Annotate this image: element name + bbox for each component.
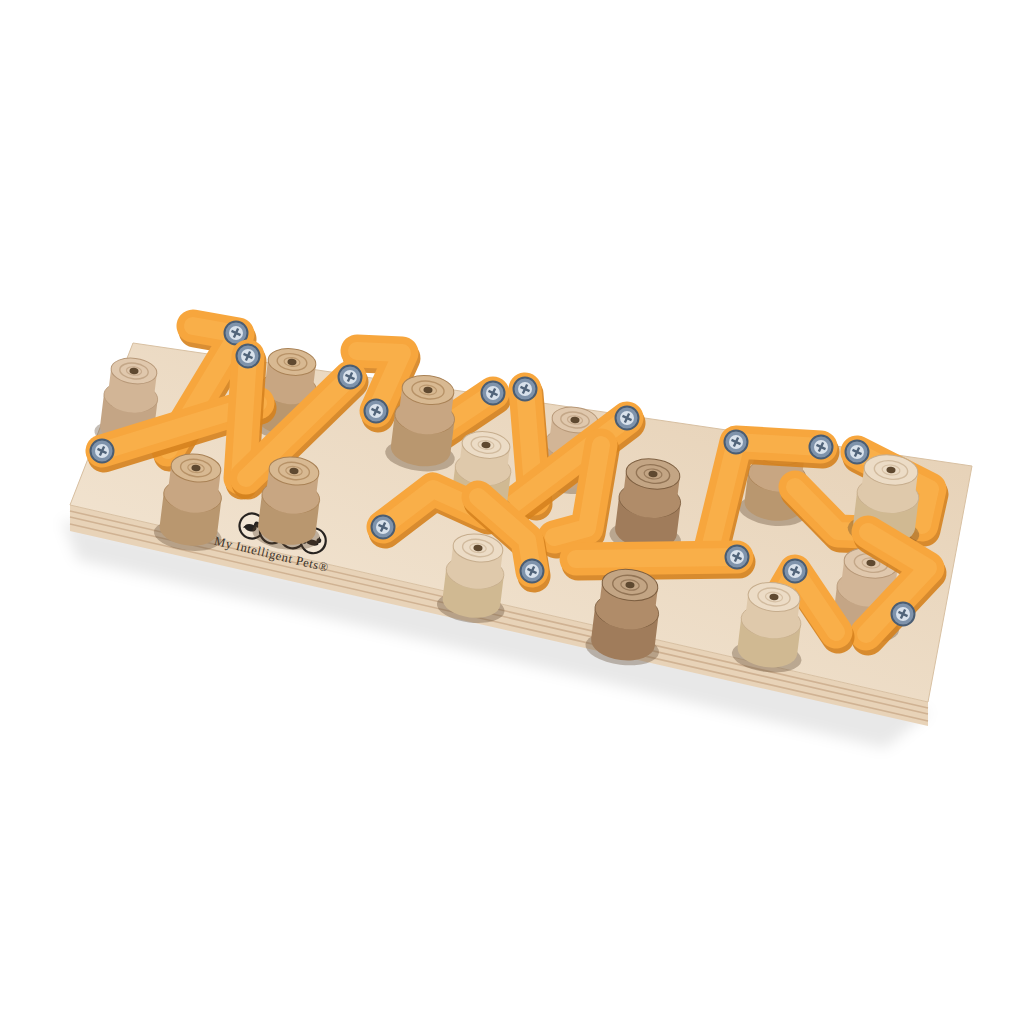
pivot-screw: [365, 400, 388, 423]
product-photo-canvas: My Intelligent Pets®: [0, 0, 1024, 1024]
pivot-screw: [372, 516, 395, 539]
pivot-screw: [339, 366, 362, 389]
pivot-screw: [725, 431, 748, 454]
pivot-screw: [237, 345, 260, 368]
pivot-screw: [810, 436, 833, 459]
pivot-screw: [616, 407, 639, 430]
pivot-screw: [514, 378, 537, 401]
pivot-screw: [91, 440, 114, 463]
pivot-screw: [846, 441, 869, 464]
pivot-screw: [482, 382, 505, 405]
pivot-screw: [784, 560, 807, 583]
pivot-screw: [726, 546, 749, 569]
swivel-arm[interactable]: [576, 546, 749, 569]
puzzle-board-svg: My Intelligent Pets®: [0, 0, 1024, 1024]
pivot-screw: [892, 603, 915, 626]
pivot-screw: [521, 560, 544, 583]
